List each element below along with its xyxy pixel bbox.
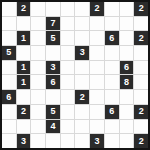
cell-r7c2[interactable] — [17, 90, 31, 104]
cell-r5c8[interactable] — [105, 61, 119, 75]
cell-r3c2-clue: 1 — [17, 31, 31, 45]
cell-r2c4-clue: 7 — [46, 17, 60, 31]
cell-r5c9-clue: 6 — [120, 61, 134, 75]
cell-r4c6-clue: 3 — [75, 46, 89, 60]
cell-r4c8[interactable] — [105, 46, 119, 60]
cell-r2c5[interactable] — [61, 17, 75, 31]
cell-r3c1[interactable] — [2, 31, 16, 45]
cell-r7c4[interactable] — [46, 90, 60, 104]
cell-r8c1[interactable] — [2, 105, 16, 119]
cell-r1c7-clue: 2 — [90, 2, 104, 16]
cell-r3c7[interactable] — [90, 31, 104, 45]
cell-r9c5[interactable] — [61, 120, 75, 134]
cell-r5c5[interactable] — [61, 61, 75, 75]
cell-r10c10-clue: 2 — [134, 134, 148, 148]
cell-r6c3[interactable] — [31, 75, 45, 89]
cell-r8c6[interactable] — [75, 105, 89, 119]
cell-r8c3[interactable] — [31, 105, 45, 119]
cell-r3c3[interactable] — [31, 31, 45, 45]
cell-r1c1[interactable] — [2, 2, 16, 16]
cell-r5c1[interactable] — [2, 61, 16, 75]
cell-r3c4-clue: 5 — [46, 31, 60, 45]
cell-r8c2-clue: 2 — [17, 105, 31, 119]
cell-r6c9-clue: 8 — [120, 75, 134, 89]
cell-r9c1[interactable] — [2, 120, 16, 134]
cell-r3c5[interactable] — [61, 31, 75, 45]
cell-r4c1-clue: 5 — [2, 46, 16, 60]
cell-r9c2[interactable] — [17, 120, 31, 134]
cell-r5c2-clue: 1 — [17, 61, 31, 75]
cell-r6c1[interactable] — [2, 75, 16, 89]
cell-r9c6[interactable] — [75, 120, 89, 134]
cell-r7c8[interactable] — [105, 90, 119, 104]
cell-r2c9[interactable] — [120, 17, 134, 31]
cell-r2c8[interactable] — [105, 17, 119, 31]
cell-r5c3[interactable] — [31, 61, 45, 75]
cell-r2c1[interactable] — [2, 17, 16, 31]
cell-r4c10[interactable] — [134, 46, 148, 60]
cell-r10c4[interactable] — [46, 134, 60, 148]
cell-r2c3[interactable] — [31, 17, 45, 31]
cell-r7c5[interactable] — [61, 90, 75, 104]
cell-r8c7[interactable] — [90, 105, 104, 119]
cell-r2c10[interactable] — [134, 17, 148, 31]
cell-r6c2-clue: 1 — [17, 75, 31, 89]
cell-r10c1[interactable] — [2, 134, 16, 148]
cell-r5c7[interactable] — [90, 61, 104, 75]
cell-r2c6[interactable] — [75, 17, 89, 31]
cell-r2c7[interactable] — [90, 17, 104, 31]
cell-r10c9[interactable] — [120, 134, 134, 148]
cell-r10c3[interactable] — [31, 134, 45, 148]
cell-r3c10-clue: 2 — [134, 31, 148, 45]
cell-r7c9[interactable] — [120, 90, 134, 104]
cell-r4c9[interactable] — [120, 46, 134, 60]
cell-r6c6[interactable] — [75, 75, 89, 89]
cell-r1c3[interactable] — [31, 2, 45, 16]
cell-r4c2[interactable] — [17, 46, 31, 60]
cell-r6c7[interactable] — [90, 75, 104, 89]
cell-r6c5[interactable] — [61, 75, 75, 89]
cell-r4c5[interactable] — [61, 46, 75, 60]
cell-r2c2[interactable] — [17, 17, 31, 31]
cell-r7c6-clue: 2 — [75, 90, 89, 104]
cell-r3c9[interactable] — [120, 31, 134, 45]
cell-r10c6[interactable] — [75, 134, 89, 148]
cell-r9c10[interactable] — [134, 120, 148, 134]
cell-r1c6[interactable] — [75, 2, 89, 16]
cell-r7c3[interactable] — [31, 90, 45, 104]
cell-r4c3[interactable] — [31, 46, 45, 60]
puzzle-board: 22271562531361686225624332 — [2, 2, 148, 148]
cell-r5c10[interactable] — [134, 61, 148, 75]
cell-r6c4-clue: 6 — [46, 75, 60, 89]
cell-r7c10[interactable] — [134, 90, 148, 104]
cell-r3c8-clue: 6 — [105, 31, 119, 45]
cell-r9c7[interactable] — [90, 120, 104, 134]
cell-r4c7[interactable] — [90, 46, 104, 60]
cell-r8c8-clue: 6 — [105, 105, 119, 119]
cell-r6c10[interactable] — [134, 75, 148, 89]
cell-r8c4-clue: 5 — [46, 105, 60, 119]
cell-r10c7-clue: 3 — [90, 134, 104, 148]
cell-r9c8[interactable] — [105, 120, 119, 134]
cell-r10c8[interactable] — [105, 134, 119, 148]
cell-r7c7[interactable] — [90, 90, 104, 104]
cell-r8c10-clue: 2 — [134, 105, 148, 119]
cell-r10c5[interactable] — [61, 134, 75, 148]
cell-r9c9[interactable] — [120, 120, 134, 134]
cell-r9c3[interactable] — [31, 120, 45, 134]
cell-r1c9[interactable] — [120, 2, 134, 16]
cell-r5c6[interactable] — [75, 61, 89, 75]
cell-r8c9[interactable] — [120, 105, 134, 119]
cell-r1c5[interactable] — [61, 2, 75, 16]
cell-r9c4-clue: 4 — [46, 120, 60, 134]
cell-r10c2-clue: 3 — [17, 134, 31, 148]
cell-r1c4[interactable] — [46, 2, 60, 16]
cell-r1c8[interactable] — [105, 2, 119, 16]
cell-r6c8[interactable] — [105, 75, 119, 89]
cell-r5c4-clue: 3 — [46, 61, 60, 75]
cell-r7c1-clue: 6 — [2, 90, 16, 104]
cell-r1c2-clue: 2 — [17, 2, 31, 16]
cell-r1c10-clue: 2 — [134, 2, 148, 16]
cell-r8c5[interactable] — [61, 105, 75, 119]
cell-r4c4[interactable] — [46, 46, 60, 60]
puzzle-board-frame: 22271562531361686225624332 — [0, 0, 150, 150]
cell-r3c6[interactable] — [75, 31, 89, 45]
